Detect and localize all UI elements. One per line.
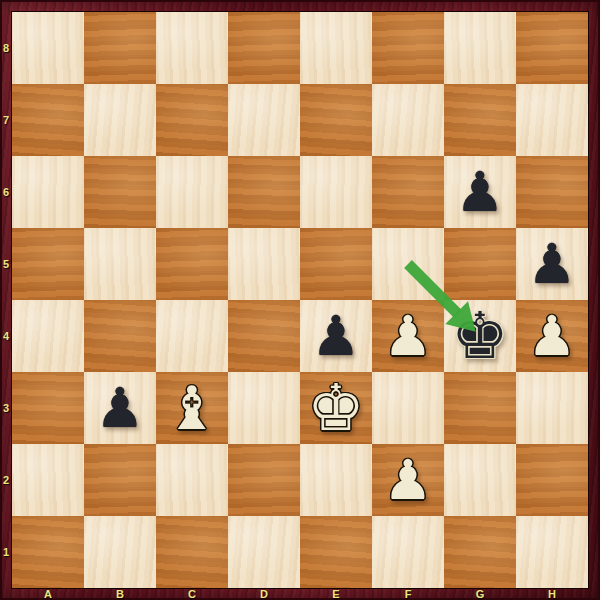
file-label-f: F [372, 588, 444, 600]
white-king: ♚ [307, 372, 364, 444]
rank-label-6: 6 [0, 185, 12, 199]
square-f2[interactable]: ♟ [372, 444, 444, 516]
rank-label-4: 4 [0, 329, 12, 343]
square-c2[interactable] [156, 444, 228, 516]
chess-board: ♟♟♟♟♚♟♟♝♚♟ [12, 12, 588, 588]
square-b8[interactable] [84, 12, 156, 84]
square-f6[interactable] [372, 156, 444, 228]
white-pawn: ♟ [383, 444, 432, 516]
square-f8[interactable] [372, 12, 444, 84]
square-f3[interactable] [372, 372, 444, 444]
square-b3[interactable]: ♟ [84, 372, 156, 444]
square-d1[interactable] [228, 516, 300, 588]
white-pawn: ♟ [527, 300, 576, 372]
black-pawn: ♟ [527, 228, 576, 300]
square-a4[interactable] [12, 300, 84, 372]
black-pawn: ♟ [95, 372, 144, 444]
black-pawn: ♟ [455, 156, 504, 228]
square-h6[interactable] [516, 156, 588, 228]
square-d5[interactable] [228, 228, 300, 300]
square-d6[interactable] [228, 156, 300, 228]
square-a6[interactable] [12, 156, 84, 228]
square-g6[interactable]: ♟ [444, 156, 516, 228]
rank-label-2: 2 [0, 473, 12, 487]
file-label-a: A [12, 588, 84, 600]
square-h2[interactable] [516, 444, 588, 516]
board-frame: ♟♟♟♟♚♟♟♝♚♟ 87654321ABCDEFGH [0, 0, 600, 600]
square-h4[interactable]: ♟ [516, 300, 588, 372]
square-c1[interactable] [156, 516, 228, 588]
square-b5[interactable] [84, 228, 156, 300]
square-b2[interactable] [84, 444, 156, 516]
black-pawn: ♟ [311, 300, 360, 372]
rank-label-5: 5 [0, 257, 12, 271]
square-c6[interactable] [156, 156, 228, 228]
file-label-c: C [156, 588, 228, 600]
square-e5[interactable] [300, 228, 372, 300]
square-e2[interactable] [300, 444, 372, 516]
square-h7[interactable] [516, 84, 588, 156]
square-g8[interactable] [444, 12, 516, 84]
square-b1[interactable] [84, 516, 156, 588]
rank-label-3: 3 [0, 401, 12, 415]
black-king: ♚ [451, 300, 508, 372]
square-f7[interactable] [372, 84, 444, 156]
square-g5[interactable] [444, 228, 516, 300]
square-e4[interactable]: ♟ [300, 300, 372, 372]
rank-label-8: 8 [0, 41, 12, 55]
square-a2[interactable] [12, 444, 84, 516]
square-e6[interactable] [300, 156, 372, 228]
square-a1[interactable] [12, 516, 84, 588]
square-a8[interactable] [12, 12, 84, 84]
square-c3[interactable]: ♝ [156, 372, 228, 444]
square-d2[interactable] [228, 444, 300, 516]
square-g7[interactable] [444, 84, 516, 156]
square-d7[interactable] [228, 84, 300, 156]
square-c7[interactable] [156, 84, 228, 156]
square-e8[interactable] [300, 12, 372, 84]
square-a3[interactable] [12, 372, 84, 444]
square-e7[interactable] [300, 84, 372, 156]
white-bishop: ♝ [165, 372, 219, 444]
square-a5[interactable] [12, 228, 84, 300]
square-h1[interactable] [516, 516, 588, 588]
square-a7[interactable] [12, 84, 84, 156]
file-label-g: G [444, 588, 516, 600]
square-e1[interactable] [300, 516, 372, 588]
square-e3[interactable]: ♚ [300, 372, 372, 444]
file-label-h: H [516, 588, 588, 600]
file-label-e: E [300, 588, 372, 600]
square-g1[interactable] [444, 516, 516, 588]
square-h3[interactable] [516, 372, 588, 444]
square-h8[interactable] [516, 12, 588, 84]
square-f5[interactable] [372, 228, 444, 300]
square-g3[interactable] [444, 372, 516, 444]
square-f1[interactable] [372, 516, 444, 588]
square-g2[interactable] [444, 444, 516, 516]
square-c5[interactable] [156, 228, 228, 300]
square-b4[interactable] [84, 300, 156, 372]
rank-label-1: 1 [0, 545, 12, 559]
file-label-b: B [84, 588, 156, 600]
square-d8[interactable] [228, 12, 300, 84]
square-g4[interactable]: ♚ [444, 300, 516, 372]
square-d3[interactable] [228, 372, 300, 444]
white-pawn: ♟ [383, 300, 432, 372]
square-b6[interactable] [84, 156, 156, 228]
rank-label-7: 7 [0, 113, 12, 127]
square-c4[interactable] [156, 300, 228, 372]
square-d4[interactable] [228, 300, 300, 372]
square-h5[interactable]: ♟ [516, 228, 588, 300]
square-c8[interactable] [156, 12, 228, 84]
square-f4[interactable]: ♟ [372, 300, 444, 372]
square-b7[interactable] [84, 84, 156, 156]
file-label-d: D [228, 588, 300, 600]
